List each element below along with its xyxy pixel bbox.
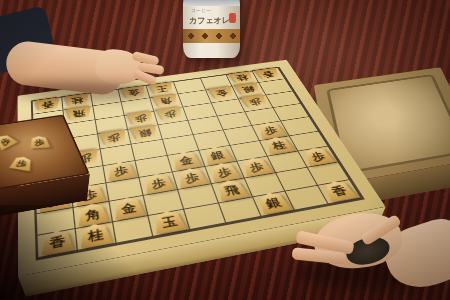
shogi-piece: 桂	[229, 71, 257, 85]
shogi-piece: 歩	[0, 132, 18, 150]
can-brand-text: カフェオレ	[189, 15, 230, 26]
shogi-piece: 香	[254, 68, 283, 82]
can-sub-text: コーヒー	[191, 7, 211, 13]
can-red-mark	[229, 13, 236, 23]
shogi-piece: 歩	[239, 156, 274, 177]
shogi-piece: 桂	[262, 135, 296, 154]
shogi-piece: 歩	[175, 166, 209, 188]
shogi-piece: 歩	[28, 135, 50, 148]
shogi-piece: 歩	[142, 172, 175, 195]
shogi-piece: 銀	[235, 82, 264, 97]
shogi-piece: 歩	[105, 160, 137, 182]
shogi-piece: 銀	[201, 145, 234, 165]
near-player-hands	[288, 198, 450, 300]
table-edge-shadow	[0, 205, 160, 300]
coffee-can: コーヒー カフェオレ	[183, 0, 240, 58]
captured-piece-tray: 歩歩歩	[0, 104, 78, 196]
shogi-piece: 歩	[301, 146, 336, 166]
shogi-piece: 金	[208, 86, 237, 102]
shogi-piece: 歩	[241, 95, 271, 111]
can-label: コーヒー カフェオレ	[183, 6, 240, 58]
shogi-piece: 歩	[100, 129, 130, 148]
shogi-piece: 歩	[9, 155, 34, 171]
shogi-piece: 歩	[207, 161, 241, 183]
shogi-piece: 飛	[214, 178, 250, 201]
photo-scene: 香桂金王桂香飛角金銀歩歩歩歩歩銀歩歩歩金銀桂歩歩歩歩歩歩歩角金飛香桂玉銀香 歩歩…	[0, 0, 450, 300]
shogi-piece: 歩	[255, 121, 288, 139]
can-coffee-bean-band	[183, 29, 240, 43]
shogi-piece: 金	[170, 150, 203, 171]
shogi-piece: 銀	[255, 191, 293, 215]
shogi-piece: 歩	[127, 111, 156, 128]
shogi-piece: 銀	[131, 125, 161, 144]
far-player-arm	[0, 18, 175, 110]
